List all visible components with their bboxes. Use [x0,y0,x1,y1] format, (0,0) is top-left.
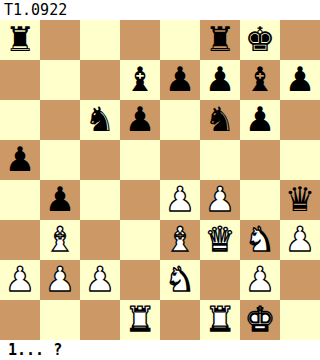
square-d3[interactable] [120,220,160,260]
white-pawn-piece[interactable]: ♟ [45,262,75,296]
square-a7[interactable] [0,60,40,100]
white-pawn-piece[interactable]: ♟ [245,262,275,296]
square-h5[interactable] [280,140,320,180]
black-queen-piece[interactable]: ♛ [285,182,315,216]
square-e2[interactable]: ♞ [160,260,200,300]
square-f5[interactable] [200,140,240,180]
white-knight-piece[interactable]: ♞ [245,222,275,256]
square-g6[interactable]: ♟ [240,100,280,140]
square-f2[interactable] [200,260,240,300]
black-pawn-piece[interactable]: ♟ [5,142,35,176]
square-h2[interactable] [280,260,320,300]
square-d1[interactable]: ♜ [120,300,160,340]
black-rook-piece[interactable]: ♜ [205,22,235,56]
square-a1[interactable] [0,300,40,340]
square-g4[interactable] [240,180,280,220]
square-g7[interactable]: ♝ [240,60,280,100]
white-knight-piece[interactable]: ♞ [165,262,195,296]
square-b6[interactable] [40,100,80,140]
chess-board: ♜♜♚♝♟♟♝♟♞♟♞♟♟♟♟♟♛♝♝♛♞♟♟♟♟♞♟♜♜♚ [0,20,320,340]
white-pawn-piece[interactable]: ♟ [85,262,115,296]
square-f4[interactable]: ♟ [200,180,240,220]
square-c5[interactable] [80,140,120,180]
square-e4[interactable]: ♟ [160,180,200,220]
square-e8[interactable] [160,20,200,60]
move-prompt: 1... ? [0,340,320,360]
square-g3[interactable]: ♞ [240,220,280,260]
square-d4[interactable] [120,180,160,220]
white-bishop-piece[interactable]: ♝ [165,222,195,256]
white-rook-piece[interactable]: ♜ [205,302,235,336]
square-b2[interactable]: ♟ [40,260,80,300]
puzzle-title: T1.0922 [0,0,320,20]
square-c2[interactable]: ♟ [80,260,120,300]
white-pawn-piece[interactable]: ♟ [165,182,195,216]
black-knight-piece[interactable]: ♞ [205,102,235,136]
black-pawn-piece[interactable]: ♟ [45,182,75,216]
black-rook-piece[interactable]: ♜ [5,22,35,56]
square-a6[interactable] [0,100,40,140]
square-d6[interactable]: ♟ [120,100,160,140]
square-c8[interactable] [80,20,120,60]
white-queen-piece[interactable]: ♛ [205,222,235,256]
square-g5[interactable] [240,140,280,180]
square-b3[interactable]: ♝ [40,220,80,260]
square-a4[interactable] [0,180,40,220]
square-h6[interactable] [280,100,320,140]
square-d2[interactable] [120,260,160,300]
square-d7[interactable]: ♝ [120,60,160,100]
square-h7[interactable]: ♟ [280,60,320,100]
square-a3[interactable] [0,220,40,260]
chess-puzzle-app: T1.0922 ♜♜♚♝♟♟♝♟♞♟♞♟♟♟♟♟♛♝♝♛♞♟♟♟♟♞♟♜♜♚ 1… [0,0,320,360]
black-pawn-piece[interactable]: ♟ [205,62,235,96]
square-h3[interactable]: ♟ [280,220,320,260]
square-c3[interactable] [80,220,120,260]
square-a8[interactable]: ♜ [0,20,40,60]
square-b8[interactable] [40,20,80,60]
square-g8[interactable]: ♚ [240,20,280,60]
black-king-piece[interactable]: ♚ [245,22,275,56]
square-e6[interactable] [160,100,200,140]
black-pawn-piece[interactable]: ♟ [125,102,155,136]
white-pawn-piece[interactable]: ♟ [205,182,235,216]
square-c1[interactable] [80,300,120,340]
square-c4[interactable] [80,180,120,220]
square-h4[interactable]: ♛ [280,180,320,220]
black-bishop-piece[interactable]: ♝ [245,62,275,96]
square-f8[interactable]: ♜ [200,20,240,60]
square-g1[interactable]: ♚ [240,300,280,340]
square-b4[interactable]: ♟ [40,180,80,220]
black-pawn-piece[interactable]: ♟ [245,102,275,136]
black-pawn-piece[interactable]: ♟ [285,62,315,96]
square-b7[interactable] [40,60,80,100]
square-d8[interactable] [120,20,160,60]
square-e3[interactable]: ♝ [160,220,200,260]
white-rook-piece[interactable]: ♜ [125,302,155,336]
square-h8[interactable] [280,20,320,60]
square-d5[interactable] [120,140,160,180]
square-e7[interactable]: ♟ [160,60,200,100]
white-pawn-piece[interactable]: ♟ [5,262,35,296]
black-bishop-piece[interactable]: ♝ [125,62,155,96]
black-knight-piece[interactable]: ♞ [85,102,115,136]
square-f1[interactable]: ♜ [200,300,240,340]
black-pawn-piece[interactable]: ♟ [165,62,195,96]
square-f3[interactable]: ♛ [200,220,240,260]
square-e5[interactable] [160,140,200,180]
square-a5[interactable]: ♟ [0,140,40,180]
square-e1[interactable] [160,300,200,340]
square-f7[interactable]: ♟ [200,60,240,100]
square-c7[interactable] [80,60,120,100]
square-b5[interactable] [40,140,80,180]
square-h1[interactable] [280,300,320,340]
white-bishop-piece[interactable]: ♝ [45,222,75,256]
white-king-piece[interactable]: ♚ [245,302,275,336]
square-a2[interactable]: ♟ [0,260,40,300]
square-g2[interactable]: ♟ [240,260,280,300]
square-f6[interactable]: ♞ [200,100,240,140]
white-pawn-piece[interactable]: ♟ [285,222,315,256]
square-b1[interactable] [40,300,80,340]
square-c6[interactable]: ♞ [80,100,120,140]
